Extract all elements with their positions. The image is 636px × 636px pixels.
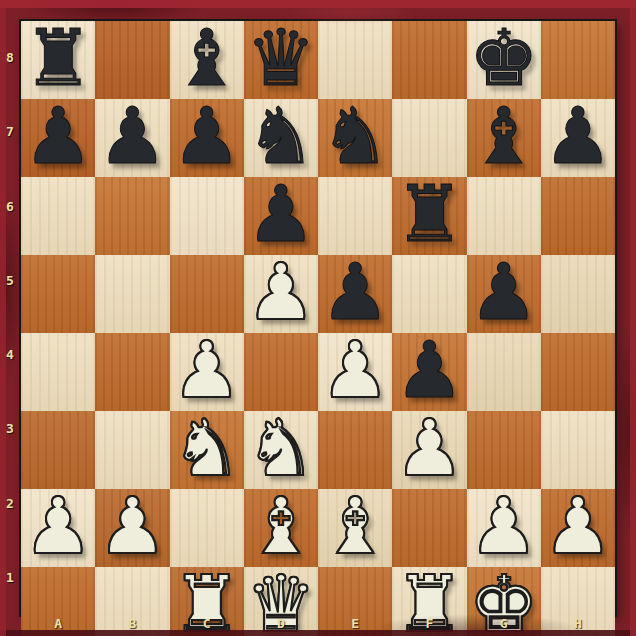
square-c1[interactable]: ♜ [170, 567, 244, 636]
white-rook[interactable]: ♜ [172, 565, 242, 636]
square-d3[interactable]: ♞ [244, 411, 318, 489]
square-d1[interactable]: ♛ [244, 567, 318, 636]
black-bishop[interactable]: ♝ [469, 97, 539, 175]
chessboard-frame: ♜♝♛♚♟♟♟♞♞♝♟♟♜♟♟♟♟♟♟♞♞♟♟♟♝♝♟♟♜♛♜♚ 8765432… [0, 0, 636, 636]
square-b1[interactable] [95, 567, 169, 636]
square-e4[interactable]: ♟ [318, 333, 392, 411]
black-pawn[interactable]: ♟ [469, 253, 539, 331]
square-e3[interactable] [318, 411, 392, 489]
square-f7[interactable] [392, 99, 466, 177]
square-h3[interactable] [541, 411, 615, 489]
square-b6[interactable] [95, 177, 169, 255]
square-f2[interactable] [392, 489, 466, 567]
square-c8[interactable]: ♝ [170, 21, 244, 99]
square-e8[interactable] [318, 21, 392, 99]
square-b2[interactable]: ♟ [95, 489, 169, 567]
white-rook[interactable]: ♜ [394, 565, 464, 636]
square-c2[interactable] [170, 489, 244, 567]
square-d4[interactable] [244, 333, 318, 411]
square-g2[interactable]: ♟ [467, 489, 541, 567]
black-pawn[interactable]: ♟ [246, 175, 316, 253]
black-knight[interactable]: ♞ [320, 97, 390, 175]
square-d6[interactable]: ♟ [244, 177, 318, 255]
square-a3[interactable] [21, 411, 95, 489]
rank-label-1: 1 [0, 541, 20, 615]
square-h4[interactable] [541, 333, 615, 411]
square-a8[interactable]: ♜ [21, 21, 95, 99]
square-g1[interactable]: ♚ [467, 567, 541, 636]
square-a5[interactable] [21, 255, 95, 333]
square-a4[interactable] [21, 333, 95, 411]
square-d8[interactable]: ♛ [244, 21, 318, 99]
square-f5[interactable] [392, 255, 466, 333]
square-a1[interactable] [21, 567, 95, 636]
square-h2[interactable]: ♟ [541, 489, 615, 567]
square-g7[interactable]: ♝ [467, 99, 541, 177]
black-rook[interactable]: ♜ [394, 175, 464, 253]
black-pawn[interactable]: ♟ [394, 331, 464, 409]
square-d7[interactable]: ♞ [244, 99, 318, 177]
black-knight[interactable]: ♞ [246, 97, 316, 175]
white-knight[interactable]: ♞ [246, 409, 316, 487]
rank-label-6: 6 [0, 170, 20, 244]
square-h5[interactable] [541, 255, 615, 333]
chessboard: ♜♝♛♚♟♟♟♞♞♝♟♟♜♟♟♟♟♟♟♞♞♟♟♟♝♝♟♟♜♛♜♚ [21, 21, 615, 615]
square-g8[interactable]: ♚ [467, 21, 541, 99]
rank-label-4: 4 [0, 318, 20, 392]
white-pawn[interactable]: ♟ [469, 487, 539, 565]
square-b8[interactable] [95, 21, 169, 99]
square-c5[interactable] [170, 255, 244, 333]
white-knight[interactable]: ♞ [172, 409, 242, 487]
white-pawn[interactable]: ♟ [246, 253, 316, 331]
white-queen[interactable]: ♛ [246, 565, 316, 636]
white-pawn[interactable]: ♟ [97, 487, 167, 565]
rank-label-7: 7 [0, 95, 20, 169]
square-e6[interactable] [318, 177, 392, 255]
white-bishop[interactable]: ♝ [320, 487, 390, 565]
white-pawn[interactable]: ♟ [543, 487, 613, 565]
square-b5[interactable] [95, 255, 169, 333]
black-pawn[interactable]: ♟ [172, 97, 242, 175]
black-pawn[interactable]: ♟ [23, 97, 93, 175]
square-g4[interactable] [467, 333, 541, 411]
square-g5[interactable]: ♟ [467, 255, 541, 333]
white-pawn[interactable]: ♟ [23, 487, 93, 565]
square-f6[interactable]: ♜ [392, 177, 466, 255]
rank-label-8: 8 [0, 21, 20, 95]
white-pawn[interactable]: ♟ [320, 331, 390, 409]
square-e7[interactable]: ♞ [318, 99, 392, 177]
square-c4[interactable]: ♟ [170, 333, 244, 411]
square-c6[interactable] [170, 177, 244, 255]
square-a2[interactable]: ♟ [21, 489, 95, 567]
black-pawn[interactable]: ♟ [320, 253, 390, 331]
rank-label-5: 5 [0, 244, 20, 318]
square-h1[interactable] [541, 567, 615, 636]
rank-label-2: 2 [0, 467, 20, 541]
square-f8[interactable] [392, 21, 466, 99]
square-c3[interactable]: ♞ [170, 411, 244, 489]
square-e1[interactable] [318, 567, 392, 636]
square-h8[interactable] [541, 21, 615, 99]
white-pawn[interactable]: ♟ [394, 409, 464, 487]
square-c7[interactable]: ♟ [170, 99, 244, 177]
square-a7[interactable]: ♟ [21, 99, 95, 177]
square-h6[interactable] [541, 177, 615, 255]
rank-label-3: 3 [0, 392, 20, 466]
square-g6[interactable] [467, 177, 541, 255]
square-d2[interactable]: ♝ [244, 489, 318, 567]
black-pawn[interactable]: ♟ [543, 97, 613, 175]
square-f3[interactable]: ♟ [392, 411, 466, 489]
square-h7[interactable]: ♟ [541, 99, 615, 177]
square-e2[interactable]: ♝ [318, 489, 392, 567]
square-f1[interactable]: ♜ [392, 567, 466, 636]
square-e5[interactable]: ♟ [318, 255, 392, 333]
black-queen[interactable]: ♛ [246, 19, 316, 97]
white-king[interactable]: ♚ [469, 565, 539, 636]
black-pawn[interactable]: ♟ [97, 97, 167, 175]
square-a6[interactable] [21, 177, 95, 255]
white-bishop[interactable]: ♝ [246, 487, 316, 565]
black-rook[interactable]: ♜ [23, 19, 93, 97]
square-d5[interactable]: ♟ [244, 255, 318, 333]
square-b3[interactable] [95, 411, 169, 489]
white-pawn[interactable]: ♟ [172, 331, 242, 409]
square-f4[interactable]: ♟ [392, 333, 466, 411]
black-king[interactable]: ♚ [469, 19, 539, 97]
square-b4[interactable] [95, 333, 169, 411]
black-bishop[interactable]: ♝ [172, 19, 242, 97]
square-b7[interactable]: ♟ [95, 99, 169, 177]
square-g3[interactable] [467, 411, 541, 489]
